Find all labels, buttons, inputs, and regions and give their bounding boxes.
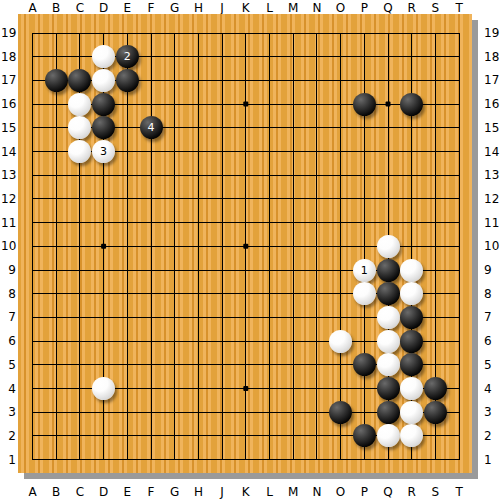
coord-letter-top: R <box>401 1 423 15</box>
stone-white <box>400 259 423 282</box>
coord-letter-top: J <box>211 1 233 15</box>
coord-letter-top: F <box>140 1 162 15</box>
stone-white <box>353 282 376 305</box>
coord-number-right: 7 <box>484 310 500 324</box>
coord-number-right: 1 <box>484 453 500 467</box>
coord-letter-bottom: H <box>187 485 209 499</box>
stone-black <box>377 377 400 400</box>
move-number-label: 3 <box>100 145 107 158</box>
coord-number-left: 6 <box>1 334 16 348</box>
stone-black <box>377 259 400 282</box>
stone-black <box>353 353 376 376</box>
coord-number-right: 5 <box>484 358 500 372</box>
coord-number-left: 9 <box>1 263 16 277</box>
stone-black <box>424 377 447 400</box>
move-number-label: 2 <box>124 50 131 63</box>
stone-black <box>424 401 447 424</box>
star-point <box>243 244 248 249</box>
stone-black: 4 <box>140 116 163 139</box>
coord-number-left: 5 <box>1 358 16 372</box>
stone-white <box>92 69 115 92</box>
coord-letter-top: L <box>259 1 281 15</box>
coord-letter-bottom: C <box>69 485 91 499</box>
stone-black <box>400 93 423 116</box>
coord-number-left: 19 <box>1 26 16 40</box>
coord-letter-bottom: A <box>22 485 44 499</box>
coord-number-left: 10 <box>1 239 16 253</box>
go-kifu-diagram: ABCDEFGHJKLMNOPQRST ABCDEFGHJKLMNOPQRST … <box>0 0 500 500</box>
coord-number-left: 2 <box>1 429 16 443</box>
coord-letter-bottom: N <box>306 485 328 499</box>
stone-white <box>377 235 400 258</box>
coord-letter-top: Q <box>377 1 399 15</box>
coord-letter-bottom: B <box>45 485 67 499</box>
stone-black <box>377 401 400 424</box>
coord-number-right: 3 <box>484 405 500 419</box>
stone-black <box>377 282 400 305</box>
coord-letter-top: D <box>93 1 115 15</box>
coord-letter-top: O <box>330 1 352 15</box>
stone-black <box>116 69 139 92</box>
stone-black <box>353 93 376 116</box>
coord-number-right: 11 <box>484 216 500 230</box>
stone-black <box>400 330 423 353</box>
coord-number-right: 8 <box>484 287 500 301</box>
coord-letter-bottom: E <box>116 485 138 499</box>
coord-letter-bottom: Q <box>377 485 399 499</box>
coord-letter-bottom: T <box>448 485 470 499</box>
star-point <box>101 244 106 249</box>
stone-white <box>400 401 423 424</box>
coord-number-right: 17 <box>484 73 500 87</box>
coord-letter-bottom: G <box>164 485 186 499</box>
coord-number-right: 9 <box>484 263 500 277</box>
coord-letter-top: S <box>424 1 446 15</box>
coord-letter-bottom: M <box>282 485 304 499</box>
coord-letter-top: M <box>282 1 304 15</box>
coord-letter-top: B <box>45 1 67 15</box>
coord-number-left: 1 <box>1 453 16 467</box>
coord-number-left: 3 <box>1 405 16 419</box>
stone-white <box>92 377 115 400</box>
coord-number-left: 13 <box>1 168 16 182</box>
go-board[interactable]: 2431 <box>18 14 472 473</box>
coord-number-left: 14 <box>1 145 16 159</box>
coord-number-right: 2 <box>484 429 500 443</box>
coord-letter-bottom: O <box>330 485 352 499</box>
coord-letter-bottom: F <box>140 485 162 499</box>
coord-number-right: 14 <box>484 145 500 159</box>
coord-letter-bottom: K <box>235 485 257 499</box>
move-number-label: 4 <box>148 121 155 134</box>
coord-letter-top: T <box>448 1 470 15</box>
stone-black <box>92 93 115 116</box>
coord-number-right: 16 <box>484 97 500 111</box>
coord-letter-bottom: L <box>259 485 281 499</box>
coord-number-left: 17 <box>1 73 16 87</box>
coord-number-left: 8 <box>1 287 16 301</box>
coord-letter-bottom: D <box>93 485 115 499</box>
coord-letter-top: C <box>69 1 91 15</box>
coord-letter-bottom: R <box>401 485 423 499</box>
stone-black: 2 <box>116 45 139 68</box>
coord-letter-bottom: S <box>424 485 446 499</box>
coord-number-left: 15 <box>1 121 16 135</box>
stone-black <box>45 69 68 92</box>
coord-number-right: 12 <box>484 192 500 206</box>
stone-black <box>329 401 352 424</box>
stone-black <box>400 306 423 329</box>
coord-letter-top: K <box>235 1 257 15</box>
coord-number-left: 11 <box>1 216 16 230</box>
stone-white <box>377 306 400 329</box>
coord-number-right: 10 <box>484 239 500 253</box>
coord-number-right: 4 <box>484 382 500 396</box>
coord-number-right: 13 <box>484 168 500 182</box>
coord-letter-top: H <box>187 1 209 15</box>
stone-white: 3 <box>92 140 115 163</box>
coord-letter-top: A <box>22 1 44 15</box>
coord-number-right: 19 <box>484 26 500 40</box>
star-point <box>243 386 248 391</box>
coord-letter-top: N <box>306 1 328 15</box>
coord-letter-bottom: J <box>211 485 233 499</box>
stone-white: 1 <box>353 259 376 282</box>
coord-number-left: 12 <box>1 192 16 206</box>
coord-number-left: 18 <box>1 50 16 64</box>
stone-white <box>377 330 400 353</box>
coord-number-right: 6 <box>484 334 500 348</box>
coord-number-right: 18 <box>484 50 500 64</box>
coord-letter-bottom: P <box>353 485 375 499</box>
coord-letter-top: G <box>164 1 186 15</box>
stone-white <box>377 353 400 376</box>
coord-number-left: 16 <box>1 97 16 111</box>
coord-number-left: 7 <box>1 310 16 324</box>
star-point <box>243 102 248 107</box>
coord-letter-top: E <box>116 1 138 15</box>
move-number-label: 1 <box>361 264 368 277</box>
stone-white <box>377 424 400 447</box>
star-point <box>386 102 391 107</box>
stone-white <box>329 330 352 353</box>
coord-number-left: 4 <box>1 382 16 396</box>
coord-letter-top: P <box>353 1 375 15</box>
stone-white <box>68 93 91 116</box>
coord-number-right: 15 <box>484 121 500 135</box>
